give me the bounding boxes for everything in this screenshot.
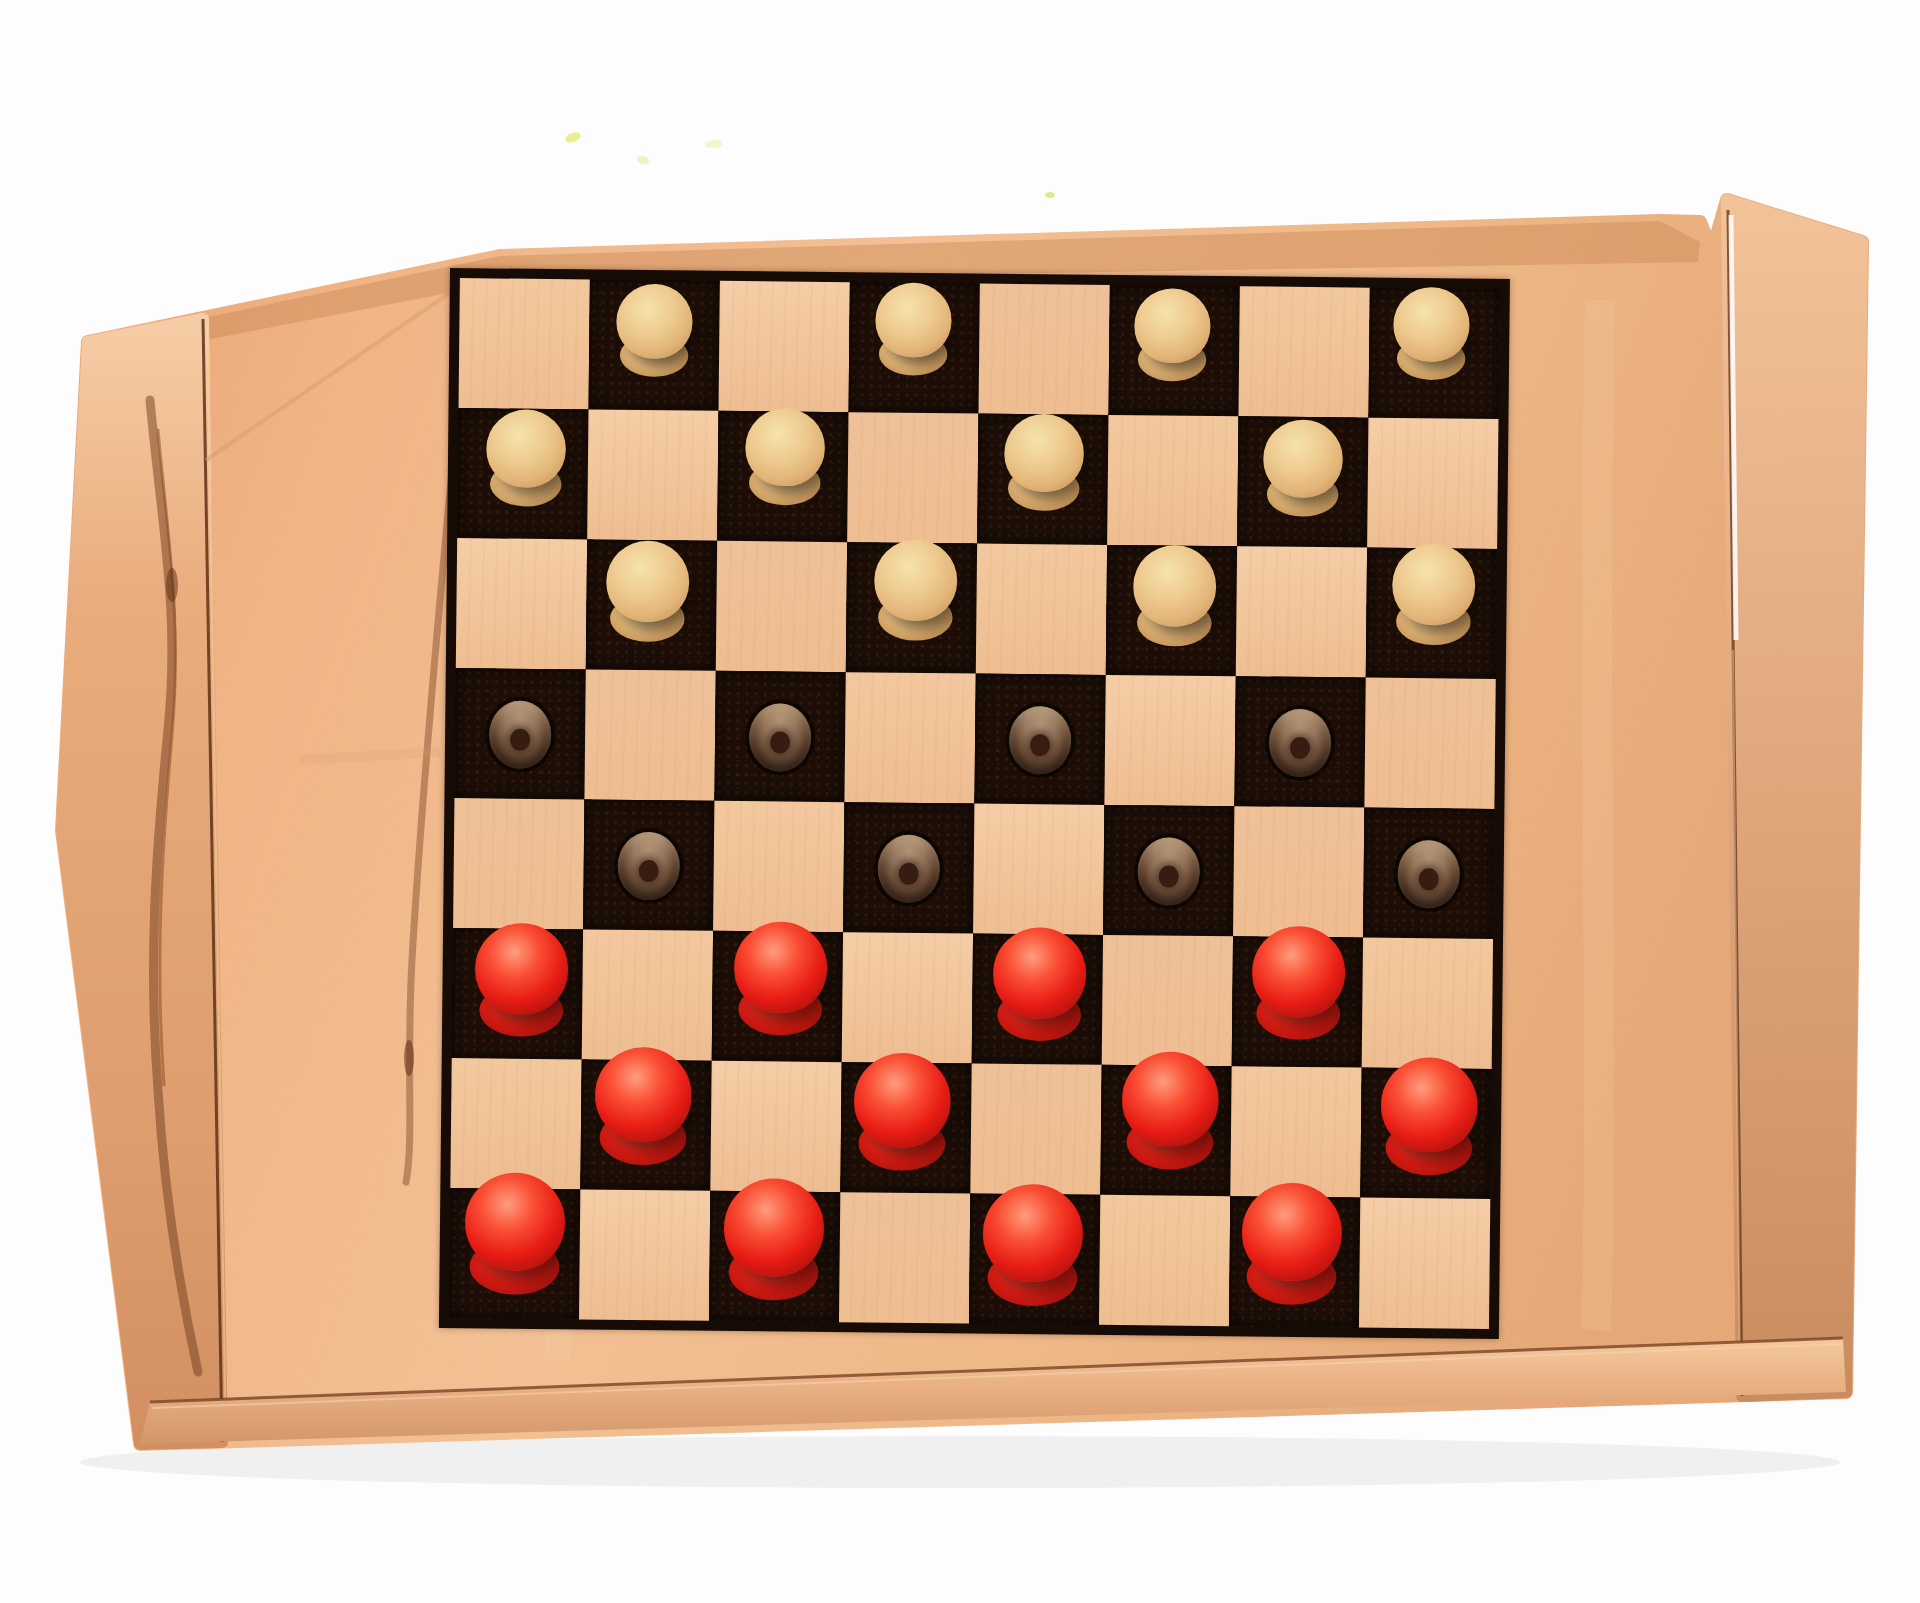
natural-wood-peg[interactable] bbox=[1390, 544, 1477, 648]
dark-square-r8c5[interactable] bbox=[969, 1193, 1100, 1324]
light-square-r1c7 bbox=[1238, 286, 1369, 417]
peg-head bbox=[1004, 414, 1084, 493]
dark-square-r7c2[interactable] bbox=[580, 1059, 711, 1190]
dark-square-r5c6[interactable] bbox=[1103, 805, 1234, 936]
dark-square-r4c7[interactable] bbox=[1234, 676, 1365, 807]
light-square-r6c6 bbox=[1102, 935, 1233, 1066]
light-square-r1c1 bbox=[459, 278, 590, 409]
peg-head bbox=[734, 921, 828, 1013]
dark-square-r1c4[interactable] bbox=[849, 282, 980, 413]
peg-head bbox=[1242, 1182, 1343, 1281]
dark-square-r1c8[interactable] bbox=[1368, 288, 1499, 419]
peg-hole[interactable] bbox=[617, 832, 680, 901]
peg-head bbox=[1392, 544, 1476, 626]
dark-square-r5c2[interactable] bbox=[583, 799, 714, 930]
light-square-r5c3 bbox=[713, 801, 844, 932]
peg-hole[interactable] bbox=[1009, 706, 1072, 775]
box-right-end-plank bbox=[1727, 200, 1862, 1396]
light-square-r2c4 bbox=[847, 412, 978, 543]
light-square-r7c7 bbox=[1230, 1066, 1361, 1197]
light-square-r3c3 bbox=[716, 541, 847, 672]
light-square-r8c8 bbox=[1359, 1198, 1490, 1329]
light-square-r4c4 bbox=[844, 672, 975, 803]
natural-wood-peg[interactable] bbox=[1391, 287, 1471, 382]
light-square-r8c2 bbox=[579, 1189, 710, 1320]
light-square-r5c5 bbox=[973, 804, 1104, 935]
dark-square-r5c8[interactable] bbox=[1363, 808, 1494, 939]
natural-wood-peg[interactable] bbox=[614, 284, 694, 379]
light-square-r7c1 bbox=[450, 1058, 581, 1189]
peg-head bbox=[465, 1172, 566, 1271]
light-square-r5c7 bbox=[1233, 806, 1364, 937]
dark-square-r6c5[interactable] bbox=[972, 934, 1103, 1065]
peg-head bbox=[854, 1053, 951, 1148]
dark-square-r5c4[interactable] bbox=[843, 802, 974, 933]
dust-speck bbox=[1045, 192, 1055, 198]
peg-head bbox=[1134, 288, 1211, 363]
natural-wood-peg[interactable] bbox=[604, 540, 691, 644]
peg-head bbox=[1122, 1051, 1219, 1146]
red-peg[interactable] bbox=[1239, 1182, 1344, 1307]
dark-square-r1c2[interactable] bbox=[589, 279, 720, 410]
peg-head bbox=[1252, 926, 1346, 1018]
light-square-r7c5 bbox=[970, 1064, 1101, 1195]
red-peg[interactable] bbox=[1378, 1057, 1480, 1178]
red-peg[interactable] bbox=[721, 1178, 826, 1303]
dark-square-r7c6[interactable] bbox=[1100, 1065, 1231, 1196]
wood-knot bbox=[166, 568, 178, 602]
dark-square-r7c8[interactable] bbox=[1360, 1068, 1491, 1199]
light-square-r2c8 bbox=[1367, 418, 1498, 549]
peg-head bbox=[745, 408, 825, 487]
peg-head bbox=[983, 1184, 1084, 1283]
natural-wood-peg[interactable] bbox=[743, 408, 827, 507]
light-square-r1c3 bbox=[719, 281, 850, 412]
dark-square-r1c6[interactable] bbox=[1108, 285, 1239, 416]
dark-square-r2c3[interactable] bbox=[717, 411, 848, 542]
light-square-r8c6 bbox=[1099, 1195, 1230, 1326]
peg-head bbox=[724, 1178, 825, 1277]
red-peg[interactable] bbox=[732, 921, 830, 1037]
peg-head bbox=[1393, 287, 1470, 362]
photo-background: Checkers (draughts) — wooden travel peg … bbox=[0, 0, 1920, 1603]
light-square-r6c2 bbox=[582, 929, 713, 1060]
light-square-r8c4 bbox=[839, 1192, 970, 1323]
checkers-board bbox=[439, 268, 1510, 1339]
light-square-r4c6 bbox=[1104, 675, 1235, 806]
peg-head bbox=[993, 927, 1087, 1019]
dark-square-r2c5[interactable] bbox=[977, 414, 1108, 545]
peg-head bbox=[595, 1047, 692, 1142]
dark-square-r3c6[interactable] bbox=[1106, 545, 1237, 676]
dark-square-r3c2[interactable] bbox=[586, 539, 717, 670]
red-peg[interactable] bbox=[991, 927, 1089, 1043]
red-peg[interactable] bbox=[851, 1052, 953, 1173]
natural-wood-peg[interactable] bbox=[873, 282, 953, 377]
natural-wood-peg[interactable] bbox=[1131, 545, 1218, 649]
dark-square-r2c1[interactable] bbox=[457, 408, 588, 539]
natural-wood-peg[interactable] bbox=[872, 539, 959, 643]
light-square-r6c8 bbox=[1362, 938, 1493, 1069]
dark-square-r7c4[interactable] bbox=[840, 1062, 971, 1193]
natural-wood-peg[interactable] bbox=[1261, 419, 1345, 518]
dark-square-r8c3[interactable] bbox=[709, 1191, 840, 1322]
red-peg[interactable] bbox=[473, 923, 571, 1039]
dark-square-r4c5[interactable] bbox=[974, 674, 1105, 805]
dark-square-r3c4[interactable] bbox=[846, 542, 977, 673]
red-peg[interactable] bbox=[1119, 1051, 1221, 1172]
dark-square-r6c3[interactable] bbox=[712, 931, 843, 1062]
dark-square-r8c1[interactable] bbox=[449, 1188, 580, 1319]
light-square-r3c5 bbox=[976, 544, 1107, 675]
dark-square-r8c7[interactable] bbox=[1229, 1196, 1360, 1327]
peg-head bbox=[875, 282, 952, 357]
wood-knot-lid bbox=[404, 1040, 414, 1076]
peg-head bbox=[1133, 545, 1217, 627]
light-square-r2c2 bbox=[587, 409, 718, 540]
red-peg[interactable] bbox=[462, 1172, 567, 1297]
dark-square-r6c7[interactable] bbox=[1232, 936, 1363, 1067]
dark-square-r4c1[interactable] bbox=[454, 668, 585, 799]
light-square-r4c8 bbox=[1364, 678, 1495, 809]
light-square-r3c1 bbox=[456, 538, 587, 669]
dark-square-r4c3[interactable] bbox=[714, 671, 845, 802]
light-square-r1c5 bbox=[979, 284, 1110, 415]
peg-head bbox=[486, 409, 566, 488]
peg-head bbox=[475, 923, 569, 1015]
light-square-r2c6 bbox=[1107, 415, 1238, 546]
peg-head bbox=[1381, 1057, 1478, 1152]
peg-hole[interactable] bbox=[877, 835, 940, 904]
light-square-r7c3 bbox=[710, 1061, 841, 1192]
dark-square-r2c7[interactable] bbox=[1237, 416, 1368, 547]
peg-head bbox=[606, 540, 690, 622]
peg-head bbox=[616, 284, 693, 359]
natural-wood-peg[interactable] bbox=[484, 409, 568, 508]
natural-wood-peg[interactable] bbox=[1002, 414, 1086, 513]
grain-sheen-2 bbox=[1596, 300, 1600, 1330]
light-square-r5c1 bbox=[453, 798, 584, 929]
peg-hole[interactable] bbox=[749, 703, 812, 772]
dark-square-r6c1[interactable] bbox=[452, 928, 583, 1059]
light-square-r4c2 bbox=[584, 669, 715, 800]
red-peg[interactable] bbox=[980, 1184, 1085, 1309]
dark-square-r3c8[interactable] bbox=[1366, 548, 1497, 679]
peg-hole[interactable] bbox=[1397, 840, 1460, 909]
light-square-r6c4 bbox=[842, 932, 973, 1063]
natural-wood-peg[interactable] bbox=[1132, 288, 1212, 383]
peg-hole[interactable] bbox=[1269, 709, 1332, 778]
peg-hole[interactable] bbox=[1137, 837, 1200, 906]
red-peg[interactable] bbox=[592, 1047, 694, 1168]
peg-hole[interactable] bbox=[489, 700, 552, 769]
light-square-r3c7 bbox=[1236, 546, 1367, 677]
peg-head bbox=[1263, 419, 1343, 498]
red-peg[interactable] bbox=[1250, 926, 1348, 1042]
box-left-end-plank bbox=[62, 319, 222, 1444]
peg-head bbox=[874, 539, 958, 621]
